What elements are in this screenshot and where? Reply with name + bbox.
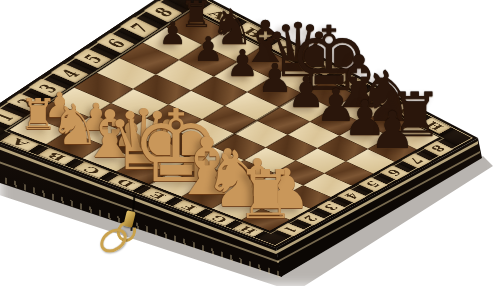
piece-white-rook-h1[interactable]: ♜ xyxy=(236,162,296,229)
piece-black-pawn-b7[interactable]: ♟ xyxy=(193,32,223,66)
pieces-layer: ♜♞♝♛♚♝♞♜♟♟♟♟♟♟♟♟♟♟♟♟♟♟♟♟♜♞♝♛♚♝♞♜ xyxy=(0,0,500,286)
chess-set-photo: ABCDEFGH8877665544332211ABCDEFGH ♜♞♝♛♚♝♞… xyxy=(0,0,500,286)
piece-black-pawn-a7[interactable]: ♟ xyxy=(159,18,187,49)
piece-black-pawn-h7[interactable]: ♟ xyxy=(369,105,415,157)
piece-black-pawn-c7[interactable]: ♟ xyxy=(226,46,259,83)
